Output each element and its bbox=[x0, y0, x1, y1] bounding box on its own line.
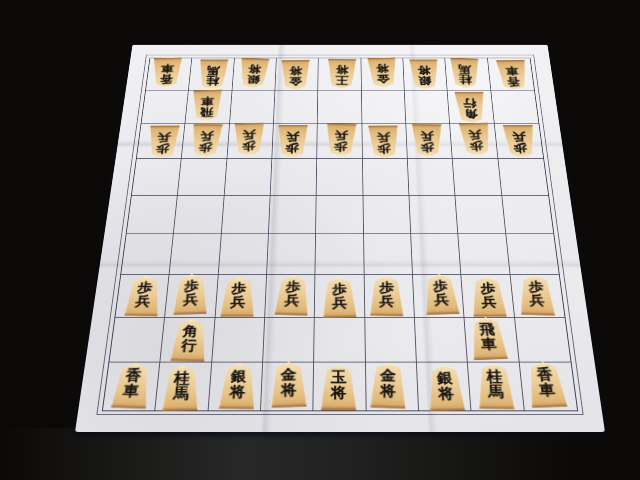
square-3c: 歩兵 bbox=[406, 124, 453, 159]
kanji-glyph: 将 bbox=[438, 386, 455, 402]
square-9f bbox=[121, 234, 174, 275]
square-1g: 歩兵 bbox=[510, 275, 564, 318]
square-8b: 飛車 bbox=[186, 90, 233, 124]
square-8g: 歩兵 bbox=[165, 275, 218, 318]
square-7e bbox=[221, 196, 270, 235]
square-1d bbox=[498, 159, 548, 196]
kanji-glyph: 銀 bbox=[247, 74, 261, 85]
square-6h bbox=[263, 318, 315, 363]
kanji-glyph: 兵 bbox=[243, 129, 257, 141]
kanji-glyph: 兵 bbox=[200, 131, 215, 142]
board-perspective-wrapper: 香車桂馬銀将金将王将金将銀将桂馬香車飛車角行歩兵歩兵歩兵歩兵歩兵歩兵歩兵歩兵歩兵… bbox=[75, 45, 605, 432]
piece-pawn-sente[interactable]: 歩兵 bbox=[273, 275, 311, 316]
square-9a: 香車 bbox=[146, 58, 192, 90]
kanji-glyph: 兵 bbox=[380, 294, 395, 308]
piece-pawn-gote[interactable]: 歩兵 bbox=[458, 123, 495, 157]
square-4i: 金将 bbox=[366, 363, 419, 411]
kanji-glyph: 桂 bbox=[459, 74, 472, 85]
kanji-glyph: 歩 bbox=[198, 142, 213, 154]
kanji-glyph: 歩 bbox=[243, 140, 257, 152]
kanji-glyph: 歩 bbox=[421, 142, 435, 154]
piece-pawn-gote[interactable]: 歩兵 bbox=[275, 125, 308, 158]
piece-knight-sente[interactable]: 桂馬 bbox=[475, 363, 516, 409]
square-3e bbox=[409, 196, 458, 235]
square-6e bbox=[269, 196, 317, 235]
kanji-glyph: 歩 bbox=[378, 143, 392, 155]
square-1b bbox=[491, 90, 539, 124]
square-1h bbox=[515, 318, 571, 363]
kanji-glyph: 車 bbox=[480, 336, 497, 351]
piece-lance-sente[interactable]: 香車 bbox=[523, 361, 568, 408]
kanji-glyph: 将 bbox=[381, 383, 397, 399]
square-5i: 玉将 bbox=[314, 363, 367, 411]
square-7a: 銀将 bbox=[232, 58, 277, 90]
square-8a: 桂馬 bbox=[189, 58, 235, 90]
kanji-glyph: 兵 bbox=[512, 131, 527, 142]
square-4d bbox=[363, 159, 410, 196]
piece-silver-general-gote[interactable]: 銀将 bbox=[408, 59, 441, 89]
square-4e bbox=[363, 196, 411, 235]
piece-pawn-gote[interactable]: 歩兵 bbox=[411, 124, 445, 157]
square-5e bbox=[316, 196, 363, 235]
square-2g: 歩兵 bbox=[462, 275, 515, 318]
square-4f bbox=[364, 234, 413, 275]
piece-pawn-sente[interactable]: 歩兵 bbox=[516, 274, 556, 315]
kanji-glyph: 歩 bbox=[334, 141, 348, 153]
kanji-glyph: 兵 bbox=[334, 130, 348, 142]
kanji-glyph: 飛 bbox=[479, 322, 496, 337]
piece-pawn-sente[interactable]: 歩兵 bbox=[369, 276, 405, 317]
kanji-glyph: 兵 bbox=[420, 131, 434, 142]
square-3f bbox=[411, 234, 461, 275]
square-6c: 歩兵 bbox=[272, 124, 318, 159]
kanji-glyph: 兵 bbox=[183, 292, 199, 306]
kanji-glyph: 車 bbox=[160, 63, 174, 74]
kanji-glyph: 将 bbox=[281, 382, 297, 398]
square-3b bbox=[405, 90, 451, 124]
square-2f bbox=[459, 234, 511, 275]
piece-king-osho-gote[interactable]: 王将 bbox=[326, 59, 358, 90]
piece-pawn-sente[interactable]: 歩兵 bbox=[421, 274, 461, 315]
square-7c: 歩兵 bbox=[227, 124, 274, 159]
kanji-glyph: 歩 bbox=[155, 143, 170, 155]
kanji-glyph: 兵 bbox=[377, 132, 391, 143]
square-5g: 歩兵 bbox=[315, 275, 365, 318]
square-1i: 香車 bbox=[519, 363, 577, 411]
square-3h bbox=[415, 318, 468, 363]
square-1a: 香車 bbox=[488, 58, 534, 90]
kanji-glyph: 歩 bbox=[480, 281, 496, 295]
kanji-glyph: 兵 bbox=[332, 296, 347, 310]
square-2h: 飛車 bbox=[465, 318, 520, 363]
piece-knight-gote[interactable]: 桂馬 bbox=[449, 58, 481, 89]
shogi-board: 香車桂馬銀将金将王将金将銀将桂馬香車飛車角行歩兵歩兵歩兵歩兵歩兵歩兵歩兵歩兵歩兵… bbox=[102, 58, 578, 412]
square-4g: 歩兵 bbox=[364, 275, 415, 318]
kanji-glyph: 歩 bbox=[379, 280, 394, 294]
kanji-glyph: 馬 bbox=[173, 386, 190, 402]
kanji-glyph: 行 bbox=[181, 338, 198, 353]
square-9e bbox=[127, 196, 178, 235]
kanji-glyph: 歩 bbox=[469, 140, 484, 152]
square-7b bbox=[230, 90, 276, 124]
square-9h bbox=[109, 318, 165, 363]
kanji-glyph: 兵 bbox=[230, 295, 246, 309]
kanji-glyph: 香 bbox=[506, 76, 520, 87]
piece-gold-general-gote[interactable]: 金将 bbox=[367, 57, 400, 88]
square-9g: 歩兵 bbox=[115, 275, 169, 318]
square-7h bbox=[212, 318, 265, 363]
kanji-glyph: 馬 bbox=[458, 64, 471, 75]
kanji-glyph: 角 bbox=[464, 108, 478, 119]
kanji-glyph: 将 bbox=[417, 65, 430, 75]
kanji-glyph: 兵 bbox=[157, 132, 171, 143]
kanji-glyph: 金 bbox=[377, 74, 391, 85]
piece-pawn-sente[interactable]: 歩兵 bbox=[123, 276, 164, 317]
piece-knight-gote[interactable]: 桂馬 bbox=[196, 59, 230, 89]
square-4h bbox=[365, 318, 417, 363]
kanji-glyph: 金 bbox=[289, 76, 302, 87]
square-4c: 歩兵 bbox=[362, 124, 408, 159]
kanji-glyph: 歩 bbox=[231, 281, 247, 295]
square-5h bbox=[314, 318, 365, 363]
piece-silver-general-sente[interactable]: 銀将 bbox=[218, 363, 259, 409]
square-2i: 桂馬 bbox=[468, 363, 524, 411]
square-1f bbox=[506, 234, 559, 275]
square-3d bbox=[408, 159, 456, 196]
square-9i: 香車 bbox=[103, 363, 161, 411]
kanji-glyph: 車 bbox=[122, 383, 140, 399]
piece-pawn-sente[interactable]: 歩兵 bbox=[172, 274, 210, 315]
piece-pawn-gote[interactable]: 歩兵 bbox=[367, 126, 401, 160]
kanji-glyph: 歩 bbox=[513, 143, 528, 154]
piece-knight-sente[interactable]: 桂馬 bbox=[161, 365, 202, 411]
piece-pawn-gote[interactable]: 歩兵 bbox=[188, 124, 224, 157]
kanji-glyph: 歩 bbox=[285, 143, 299, 154]
kanji-glyph: 行 bbox=[463, 98, 477, 109]
piece-silver-general-gote[interactable]: 銀将 bbox=[237, 58, 271, 89]
kanji-glyph: 香 bbox=[159, 74, 173, 85]
square-8c: 歩兵 bbox=[182, 124, 230, 159]
piece-lance-gote[interactable]: 香車 bbox=[495, 60, 531, 91]
square-5d bbox=[317, 159, 363, 196]
piece-pawn-gote[interactable]: 歩兵 bbox=[233, 123, 266, 157]
piece-gold-general-sente[interactable]: 金将 bbox=[270, 361, 308, 408]
table-surface: 香車桂馬銀将金将王将金将銀将桂馬香車飛車角行歩兵歩兵歩兵歩兵歩兵歩兵歩兵歩兵歩兵… bbox=[0, 0, 640, 480]
piece-lance-sente[interactable]: 香車 bbox=[109, 362, 154, 409]
piece-rook-sente[interactable]: 飛車 bbox=[468, 316, 510, 359]
square-5c: 歩兵 bbox=[317, 124, 362, 159]
square-6i: 金将 bbox=[261, 363, 314, 411]
square-8d bbox=[178, 159, 227, 196]
piece-bishop-sente[interactable]: 角行 bbox=[169, 318, 210, 361]
piece-pawn-gote[interactable]: 歩兵 bbox=[501, 125, 538, 158]
kanji-glyph: 将 bbox=[230, 384, 247, 400]
square-2a: 桂馬 bbox=[445, 58, 491, 90]
kanji-glyph: 兵 bbox=[433, 292, 449, 306]
piece-rook-gote[interactable]: 飛車 bbox=[190, 89, 223, 121]
square-8e bbox=[174, 196, 224, 235]
square-7f bbox=[218, 234, 268, 275]
kanji-glyph: 将 bbox=[289, 66, 302, 76]
square-4b bbox=[362, 90, 407, 124]
kanji-glyph: 王 bbox=[335, 75, 348, 86]
square-8i: 桂馬 bbox=[156, 363, 212, 411]
piece-king-gyokusho-sente[interactable]: 玉将 bbox=[319, 365, 357, 411]
square-8f bbox=[170, 234, 222, 275]
square-7g: 歩兵 bbox=[215, 275, 267, 318]
piece-pawn-sente[interactable]: 歩兵 bbox=[469, 277, 508, 317]
piece-gold-general-sente[interactable]: 金将 bbox=[369, 362, 407, 409]
kanji-glyph: 馬 bbox=[487, 384, 504, 400]
kanji-glyph: 歩 bbox=[332, 282, 347, 296]
kanji-glyph: 将 bbox=[376, 63, 390, 74]
square-6a: 金将 bbox=[275, 58, 319, 90]
kanji-glyph: 将 bbox=[336, 65, 349, 75]
square-6b bbox=[274, 90, 319, 124]
square-9b bbox=[141, 90, 189, 124]
kanji-glyph: 桂 bbox=[206, 75, 220, 85]
square-2b: 角行 bbox=[448, 90, 495, 124]
square-5b bbox=[318, 90, 362, 124]
square-3g: 歩兵 bbox=[413, 275, 465, 318]
piece-gold-general-gote[interactable]: 金将 bbox=[280, 60, 311, 91]
kanji-glyph: 車 bbox=[538, 382, 556, 398]
square-9d bbox=[132, 159, 182, 196]
square-9c: 歩兵 bbox=[137, 124, 186, 159]
kanji-glyph: 歩 bbox=[136, 280, 153, 294]
piece-pawn-sente[interactable]: 歩兵 bbox=[219, 277, 257, 317]
kanji-glyph: 兵 bbox=[528, 293, 544, 307]
piece-pawn-gote[interactable]: 歩兵 bbox=[324, 123, 358, 157]
kanji-glyph: 玉 bbox=[331, 370, 347, 385]
square-2e bbox=[456, 196, 506, 235]
piece-pawn-gote[interactable]: 歩兵 bbox=[145, 126, 181, 160]
kanji-glyph: 車 bbox=[505, 66, 519, 76]
piece-bishop-gote[interactable]: 角行 bbox=[453, 92, 487, 124]
paper-board-sheet: 香車桂馬銀将金将王将金将銀将桂馬香車飛車角行歩兵歩兵歩兵歩兵歩兵歩兵歩兵歩兵歩兵… bbox=[75, 45, 605, 432]
square-4a: 金将 bbox=[361, 58, 405, 90]
square-5a: 王将 bbox=[318, 58, 361, 90]
kanji-glyph: 馬 bbox=[207, 65, 221, 75]
piece-silver-general-sente[interactable]: 銀将 bbox=[425, 365, 466, 411]
kanji-glyph: 兵 bbox=[468, 129, 483, 141]
kanji-glyph: 角 bbox=[182, 324, 199, 339]
square-1e bbox=[502, 196, 553, 235]
square-3i: 銀将 bbox=[417, 363, 472, 411]
kanji-glyph: 銀 bbox=[418, 75, 431, 85]
kanji-glyph: 兵 bbox=[284, 293, 300, 307]
kanji-glyph: 車 bbox=[201, 96, 215, 107]
square-3a: 銀将 bbox=[403, 58, 448, 90]
piece-pawn-sente[interactable]: 歩兵 bbox=[321, 277, 358, 318]
kanji-glyph: 兵 bbox=[286, 131, 300, 142]
square-7d bbox=[224, 159, 272, 196]
square-1c: 歩兵 bbox=[494, 124, 543, 159]
kanji-glyph: 将 bbox=[248, 64, 262, 75]
kanji-glyph: 兵 bbox=[134, 294, 151, 308]
table-reflection bbox=[0, 428, 640, 480]
square-6f bbox=[267, 234, 316, 275]
kanji-glyph: 兵 bbox=[481, 295, 497, 309]
square-2c: 歩兵 bbox=[450, 124, 498, 159]
square-8h: 角行 bbox=[161, 318, 216, 363]
square-6d bbox=[271, 159, 318, 196]
square-2d bbox=[453, 159, 502, 196]
square-6g: 歩兵 bbox=[265, 275, 316, 318]
kanji-glyph: 将 bbox=[331, 385, 347, 400]
piece-lance-gote[interactable]: 香車 bbox=[150, 57, 183, 88]
square-5f bbox=[316, 234, 365, 275]
square-7i: 銀将 bbox=[208, 363, 263, 411]
kanji-glyph: 飛 bbox=[200, 106, 214, 117]
